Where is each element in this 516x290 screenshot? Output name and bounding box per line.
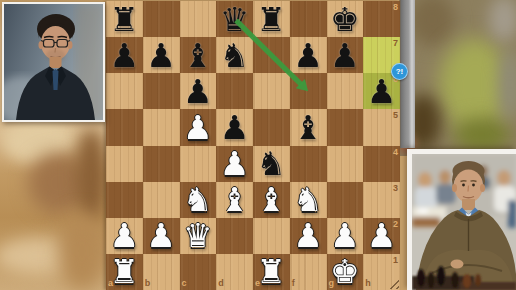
square-e5[interactable] <box>253 109 290 145</box>
square-d2[interactable] <box>216 218 253 254</box>
piece-wR-e1[interactable]: ♜ <box>253 254 290 290</box>
piece-wP-g2[interactable]: ♟ <box>327 218 364 254</box>
piece-wN-f3[interactable]: ♞ <box>290 182 327 218</box>
piece-wR-a1[interactable]: ♜ <box>106 254 143 290</box>
rank-label-5: 5 <box>393 111 398 120</box>
square-f4[interactable] <box>290 146 327 182</box>
square-a5[interactable] <box>106 109 143 145</box>
move-annotation-badge: ?! <box>391 63 408 80</box>
square-d5[interactable]: ♟ <box>216 109 253 145</box>
piece-bK-g8[interactable]: ♚ <box>327 1 364 37</box>
piece-bN-d7[interactable]: ♞ <box>216 37 253 73</box>
piece-wK-g1[interactable]: ♚ <box>327 254 364 290</box>
square-e3[interactable]: ♝ <box>253 182 290 218</box>
square-d1[interactable]: d <box>216 254 253 290</box>
square-a3[interactable] <box>106 182 143 218</box>
square-b2[interactable]: ♟ <box>143 218 180 254</box>
square-e7[interactable] <box>253 37 290 73</box>
rank-label-7: 7 <box>393 39 398 48</box>
piece-wP-c5[interactable]: ♟ <box>180 109 217 145</box>
piece-bN-e4[interactable]: ♞ <box>253 146 290 182</box>
square-a4[interactable] <box>106 146 143 182</box>
piece-bP-b7[interactable]: ♟ <box>143 37 180 73</box>
square-h4[interactable]: 4 <box>363 146 400 182</box>
piece-wB-e3[interactable]: ♝ <box>253 182 290 218</box>
square-h3[interactable]: 3 <box>363 182 400 218</box>
square-d6[interactable] <box>216 73 253 109</box>
app-window: ♜♛♜♚8♟♟♝♞♟♟7♟♟6♟♟♝5♟♞4♞♝♝♞3♟♟♛♟♟♟2♜abcd♜… <box>0 0 516 290</box>
square-h2[interactable]: ♟2 <box>363 218 400 254</box>
square-b6[interactable] <box>143 73 180 109</box>
square-b7[interactable]: ♟ <box>143 37 180 73</box>
file-label-b: b <box>145 279 151 288</box>
square-f7[interactable]: ♟ <box>290 37 327 73</box>
square-f3[interactable]: ♞ <box>290 182 327 218</box>
square-e2[interactable] <box>253 218 290 254</box>
blur-patch <box>454 118 510 152</box>
blur-patch <box>489 0 516 42</box>
file-label-d: d <box>218 279 224 288</box>
rank-label-1: 1 <box>393 256 398 265</box>
square-c2[interactable]: ♛ <box>180 218 217 254</box>
rank-label-4: 4 <box>393 148 398 157</box>
square-c1[interactable]: c <box>180 254 217 290</box>
square-a2[interactable]: ♟ <box>106 218 143 254</box>
square-f8[interactable] <box>290 1 327 37</box>
piece-bP-d5[interactable]: ♟ <box>216 109 253 145</box>
piece-wP-f2[interactable]: ♟ <box>290 218 327 254</box>
square-d3[interactable]: ♝ <box>216 182 253 218</box>
piece-bR-a8[interactable]: ♜ <box>106 1 143 37</box>
square-b5[interactable] <box>143 109 180 145</box>
blur-patch <box>76 128 106 223</box>
piece-bQ-d8[interactable]: ♛ <box>216 1 253 37</box>
square-g4[interactable] <box>327 146 364 182</box>
square-g6[interactable] <box>327 73 364 109</box>
square-e4[interactable]: ♞ <box>253 146 290 182</box>
square-b3[interactable] <box>143 182 180 218</box>
square-a1[interactable]: ♜a <box>106 254 143 290</box>
left-player-photo-image <box>4 4 103 120</box>
rank-label-3: 3 <box>393 184 398 193</box>
piece-wP-b2[interactable]: ♟ <box>143 218 180 254</box>
square-c3[interactable]: ♞ <box>180 182 217 218</box>
background-blur-right <box>399 0 516 156</box>
piece-wN-c3[interactable]: ♞ <box>180 182 217 218</box>
square-e1[interactable]: ♜e <box>253 254 290 290</box>
square-g7[interactable]: ♟ <box>327 37 364 73</box>
file-label-c: c <box>182 279 187 288</box>
square-a7[interactable]: ♟ <box>106 37 143 73</box>
piece-bP-c6[interactable]: ♟ <box>180 73 217 109</box>
square-f1[interactable]: f <box>290 254 327 290</box>
square-g8[interactable]: ♚ <box>327 1 364 37</box>
square-g5[interactable] <box>327 109 364 145</box>
square-b4[interactable] <box>143 146 180 182</box>
piece-bB-c7[interactable]: ♝ <box>180 37 217 73</box>
piece-bP-f7[interactable]: ♟ <box>290 37 327 73</box>
square-h8[interactable]: 8 <box>363 1 400 37</box>
piece-bR-e8[interactable]: ♜ <box>253 1 290 37</box>
square-a8[interactable]: ♜ <box>106 1 143 37</box>
square-g1[interactable]: ♚g <box>327 254 364 290</box>
square-d4[interactable]: ♟ <box>216 146 253 182</box>
rank-label-8: 8 <box>393 3 398 12</box>
square-a6[interactable] <box>106 73 143 109</box>
square-e8[interactable]: ♜ <box>253 1 290 37</box>
file-label-h: h <box>365 279 371 288</box>
piece-wP-h2[interactable]: ♟ <box>363 218 400 254</box>
square-g2[interactable]: ♟ <box>327 218 364 254</box>
piece-bB-f5[interactable]: ♝ <box>290 109 327 145</box>
blur-patch <box>58 212 106 290</box>
right-player-photo-image <box>412 154 516 290</box>
square-d7[interactable]: ♞ <box>216 37 253 73</box>
right-player-photo <box>407 149 516 290</box>
blur-patch <box>409 0 455 46</box>
piece-wB-d3[interactable]: ♝ <box>216 182 253 218</box>
square-c5[interactable]: ♟ <box>180 109 217 145</box>
square-f5[interactable]: ♝ <box>290 109 327 145</box>
square-f2[interactable]: ♟ <box>290 218 327 254</box>
square-f6[interactable] <box>290 73 327 109</box>
chess-board[interactable]: ♜♛♜♚8♟♟♝♞♟♟7♟♟6♟♟♝5♟♞4♞♝♝♞3♟♟♛♟♟♟2♜abcd♜… <box>106 1 400 290</box>
square-d8[interactable]: ♛ <box>216 1 253 37</box>
square-e6[interactable] <box>253 73 290 109</box>
piece-wQ-c2[interactable]: ♛ <box>180 218 217 254</box>
left-player-photo <box>2 2 105 122</box>
square-b8[interactable] <box>143 1 180 37</box>
square-h5[interactable]: 5 <box>363 109 400 145</box>
piece-wP-d4[interactable]: ♟ <box>216 146 253 182</box>
piece-bP-g7[interactable]: ♟ <box>327 37 364 73</box>
piece-wP-a2[interactable]: ♟ <box>106 218 143 254</box>
square-c4[interactable] <box>180 146 217 182</box>
square-c7[interactable]: ♝ <box>180 37 217 73</box>
blur-patch <box>499 48 516 120</box>
square-c6[interactable]: ♟ <box>180 73 217 109</box>
square-b1[interactable]: b <box>143 254 180 290</box>
square-c8[interactable] <box>180 1 217 37</box>
square-g3[interactable] <box>327 182 364 218</box>
piece-bP-a7[interactable]: ♟ <box>106 37 143 73</box>
file-label-f: f <box>292 279 295 288</box>
